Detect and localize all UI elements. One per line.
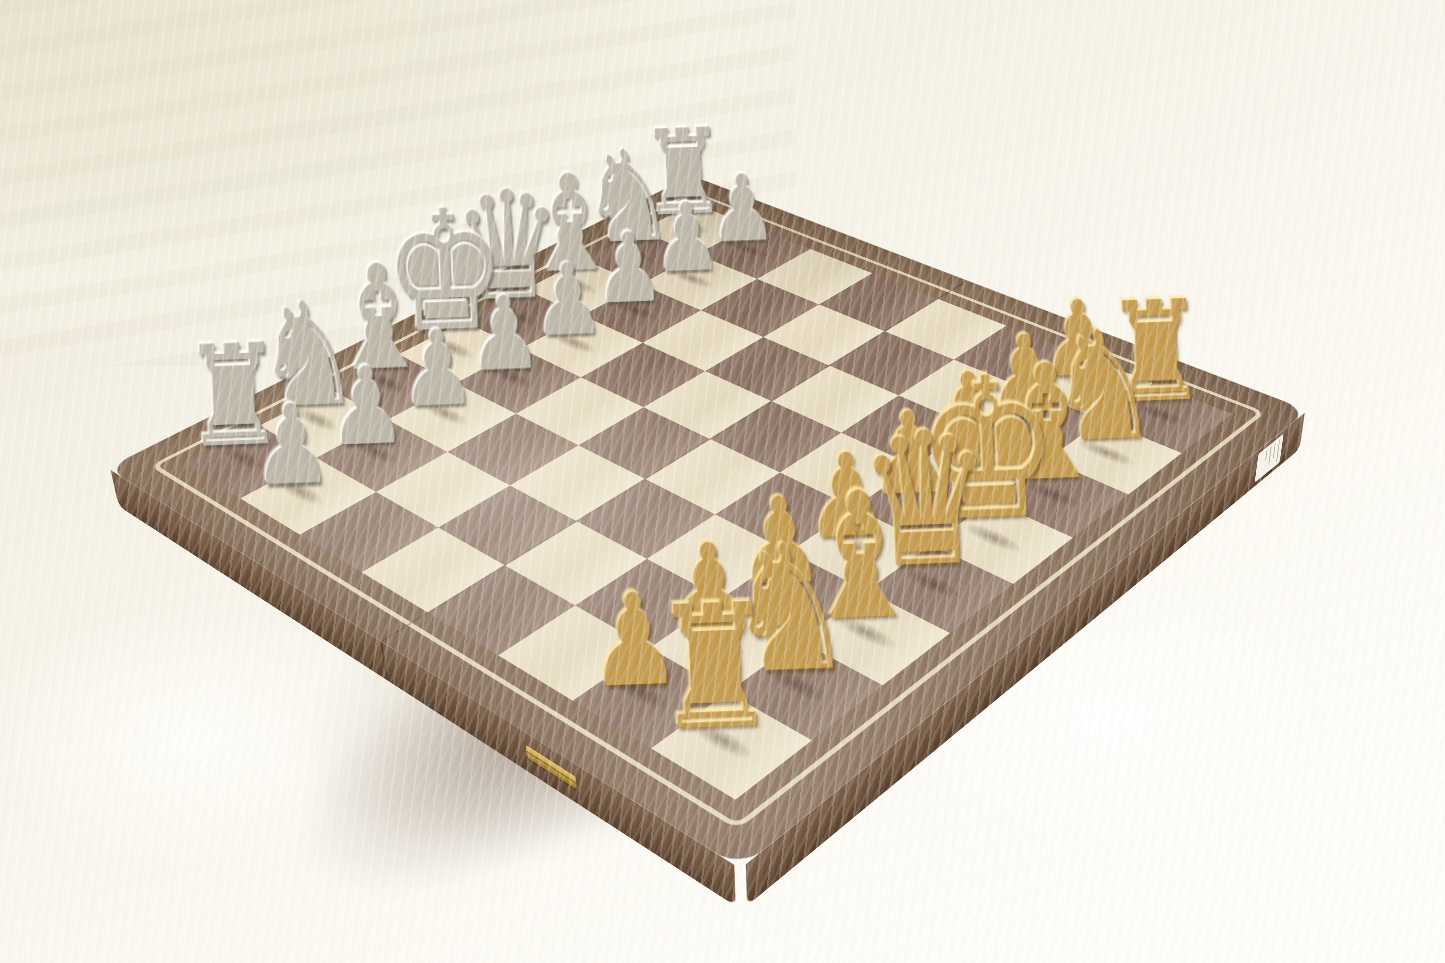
piece-silver-pawn-a7: ♟ [218, 389, 366, 504]
piece-gold-rook-a1: ♜ [626, 581, 804, 757]
fold-seam-edge [381, 641, 388, 681]
photo-scene: ♜♞♝♚♛♝♞♜♟♟♟♟♟♟♟♟♟♟♟♟♟♟♟♟♜♞♝♛♚♝♞♜ [0, 0, 1445, 963]
board-position-wrapper: ♜♞♝♚♛♝♞♜♟♟♟♟♟♟♟♟♟♟♟♟♟♟♟♟♜♞♝♛♚♝♞♜ [269, 0, 1151, 880]
